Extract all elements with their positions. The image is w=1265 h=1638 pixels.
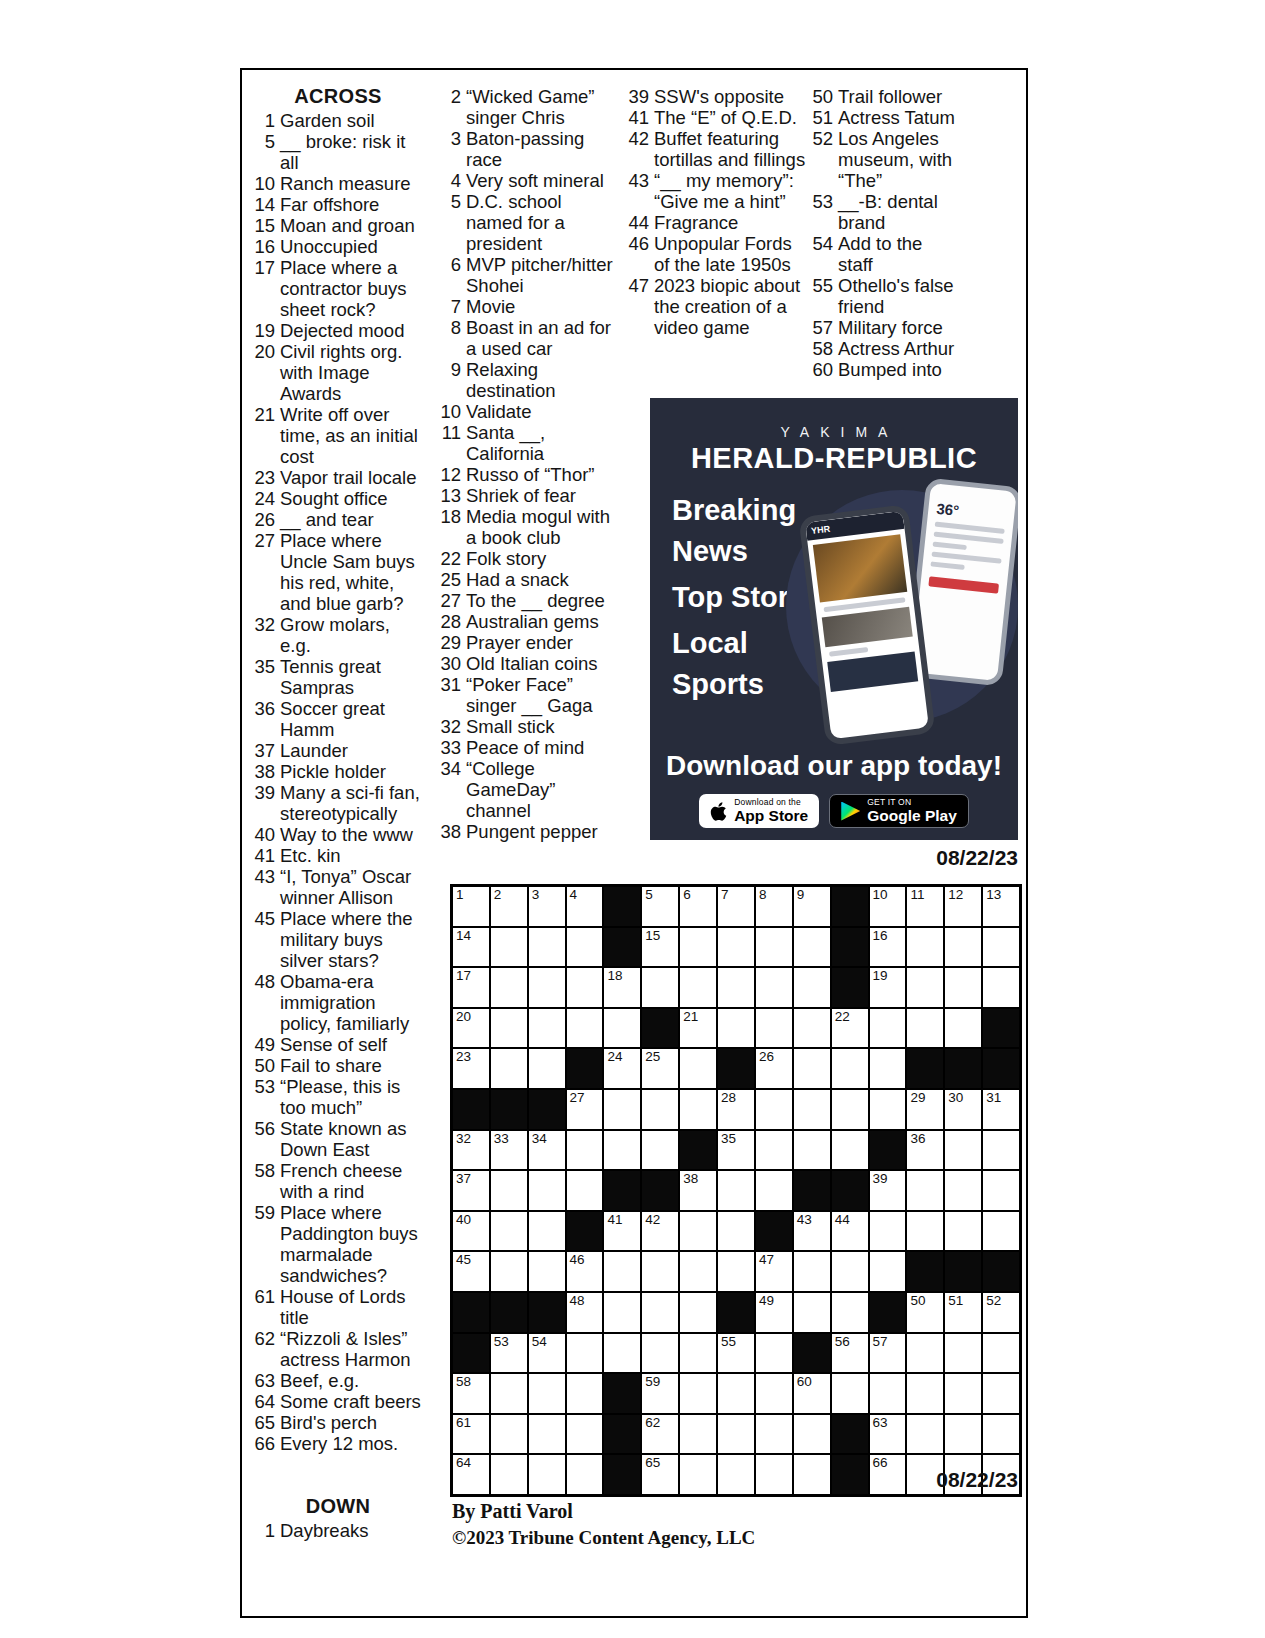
cell-r2c13[interactable] bbox=[907, 928, 943, 967]
cell-r4c12[interactable] bbox=[870, 1009, 906, 1048]
cell-r14c12[interactable]: 63 bbox=[870, 1415, 906, 1454]
cell-r14c4[interactable] bbox=[567, 1415, 603, 1454]
cell-number: 44 bbox=[835, 1213, 850, 1227]
cell-r6c1 bbox=[453, 1090, 489, 1129]
clue-number: 64 bbox=[252, 1391, 280, 1412]
clue-number: 38 bbox=[252, 761, 280, 782]
cell-r10c2[interactable] bbox=[491, 1252, 527, 1291]
clue-down-32: 32Small stick bbox=[438, 716, 622, 737]
cell-r13c2[interactable] bbox=[491, 1374, 527, 1413]
cell-number: 49 bbox=[759, 1294, 774, 1308]
cell-r11c6[interactable] bbox=[642, 1293, 678, 1332]
cell-number: 21 bbox=[683, 1010, 698, 1024]
clue-text: Dejected mood bbox=[280, 320, 424, 341]
cell-r3c1[interactable]: 17 bbox=[453, 968, 489, 1007]
cell-r1c15[interactable]: 13 bbox=[983, 887, 1019, 926]
cell-number: 12 bbox=[948, 888, 963, 902]
cell-r7c13[interactable]: 36 bbox=[907, 1131, 943, 1170]
cell-r14c1[interactable]: 61 bbox=[453, 1415, 489, 1454]
cell-r13c13[interactable] bbox=[907, 1374, 943, 1413]
cell-r3c5[interactable]: 18 bbox=[604, 968, 640, 1007]
cell-number: 36 bbox=[910, 1132, 925, 1146]
cell-number: 15 bbox=[645, 929, 660, 943]
cell-r8c4[interactable] bbox=[567, 1171, 603, 1210]
clue-across-58: 58French cheese with a rind bbox=[252, 1160, 424, 1202]
cell-r1c4[interactable]: 4 bbox=[567, 887, 603, 926]
cell-number: 42 bbox=[645, 1213, 660, 1227]
cell-r7c10[interactable] bbox=[794, 1131, 830, 1170]
app-store-badge[interactable]: Download on the App Store bbox=[699, 794, 819, 828]
cell-r7c5[interactable] bbox=[604, 1131, 640, 1170]
clue-down-10: 10Validate bbox=[438, 401, 622, 422]
cell-r5c2[interactable] bbox=[491, 1049, 527, 1088]
cell-r13c12[interactable] bbox=[870, 1374, 906, 1413]
cell-r11c5[interactable] bbox=[604, 1293, 640, 1332]
crossword-grid: 1234567891011121314151617181920212223242… bbox=[450, 884, 1022, 1497]
clue-down-58: 58Actress Arthur bbox=[810, 338, 962, 359]
cell-r12c9[interactable] bbox=[756, 1334, 792, 1373]
cell-r3c13[interactable] bbox=[907, 968, 943, 1007]
cell-r14c10[interactable] bbox=[794, 1415, 830, 1454]
cell-number: 54 bbox=[532, 1335, 547, 1349]
cell-r4c14[interactable] bbox=[945, 1009, 981, 1048]
cell-r11c15[interactable]: 52 bbox=[983, 1293, 1019, 1332]
clue-number: 11 bbox=[438, 422, 466, 464]
cell-r2c5 bbox=[604, 928, 640, 967]
cell-r1c12[interactable]: 10 bbox=[870, 887, 906, 926]
cell-r9c11[interactable]: 44 bbox=[832, 1212, 868, 1251]
cell-r5c8 bbox=[718, 1049, 754, 1088]
clue-text: Had a snack bbox=[466, 569, 622, 590]
cell-r4c4[interactable] bbox=[567, 1009, 603, 1048]
cell-number: 58 bbox=[456, 1375, 471, 1389]
cell-r11c7[interactable] bbox=[680, 1293, 716, 1332]
clue-text: “Poker Face” singer __ Gaga bbox=[466, 674, 622, 716]
cell-r4c11[interactable]: 22 bbox=[832, 1009, 868, 1048]
cell-r10c5[interactable] bbox=[604, 1252, 640, 1291]
cell-r3c9[interactable] bbox=[756, 968, 792, 1007]
cell-r14c3[interactable] bbox=[529, 1415, 565, 1454]
cell-r4c15 bbox=[983, 1009, 1019, 1048]
cell-r1c7[interactable]: 6 bbox=[680, 887, 716, 926]
cell-r2c7[interactable] bbox=[680, 928, 716, 967]
clue-across-39: 39Many a sci-fi fan, stereotypically bbox=[252, 782, 424, 824]
cell-r2c10[interactable] bbox=[794, 928, 830, 967]
cell-r12c5[interactable] bbox=[604, 1334, 640, 1373]
clue-number: 36 bbox=[252, 698, 280, 740]
cell-r5c4 bbox=[567, 1049, 603, 1088]
cell-r9c7[interactable] bbox=[680, 1212, 716, 1251]
cell-r12c8[interactable]: 55 bbox=[718, 1334, 754, 1373]
clue-text: MVP pitcher/hitter Shohei bbox=[466, 254, 622, 296]
app-ad: YAKIMA HERALD-REPUBLIC Breaking NewsTop … bbox=[650, 398, 1018, 840]
cell-r9c1[interactable]: 40 bbox=[453, 1212, 489, 1251]
cell-r5c9[interactable]: 26 bbox=[756, 1049, 792, 1088]
clue-number: 16 bbox=[252, 236, 280, 257]
cell-r9c3[interactable] bbox=[529, 1212, 565, 1251]
google-play-badge[interactable]: GET IT ON Google Play bbox=[829, 794, 969, 828]
cell-r10c6[interactable] bbox=[642, 1252, 678, 1291]
clue-down-13: 13Shriek of fear bbox=[438, 485, 622, 506]
cell-r7c8[interactable]: 35 bbox=[718, 1131, 754, 1170]
cell-r7c6[interactable] bbox=[642, 1131, 678, 1170]
cell-r9c9 bbox=[756, 1212, 792, 1251]
cell-r2c2[interactable] bbox=[491, 928, 527, 967]
cell-r6c15[interactable]: 31 bbox=[983, 1090, 1019, 1129]
cell-r10c8[interactable] bbox=[718, 1252, 754, 1291]
cell-r13c9[interactable] bbox=[756, 1374, 792, 1413]
cell-r8c2[interactable] bbox=[491, 1171, 527, 1210]
cell-r1c1[interactable]: 1 bbox=[453, 887, 489, 926]
cell-r8c8[interactable] bbox=[718, 1171, 754, 1210]
cell-r14c2[interactable] bbox=[491, 1415, 527, 1454]
cell-number: 27 bbox=[570, 1091, 585, 1105]
clue-down-44: 44Fragrance bbox=[626, 212, 806, 233]
clue-number: 66 bbox=[252, 1433, 280, 1454]
cell-r3c4[interactable] bbox=[567, 968, 603, 1007]
cell-r10c1[interactable]: 45 bbox=[453, 1252, 489, 1291]
clue-text: Los Angeles museum, with “The” bbox=[838, 128, 962, 191]
cell-r9c14[interactable] bbox=[945, 1212, 981, 1251]
cell-r8c14[interactable] bbox=[945, 1171, 981, 1210]
phone-text-bar bbox=[933, 542, 968, 551]
cell-r8c12[interactable]: 39 bbox=[870, 1171, 906, 1210]
cell-r4c3[interactable] bbox=[529, 1009, 565, 1048]
clue-text: “College GameDay” channel bbox=[466, 758, 622, 821]
cell-r11c11[interactable] bbox=[832, 1293, 868, 1332]
clue-across-5: 5__ broke: risk it all bbox=[252, 131, 424, 173]
cell-r13c10[interactable]: 60 bbox=[794, 1374, 830, 1413]
cell-r8c9[interactable] bbox=[756, 1171, 792, 1210]
cell-number: 18 bbox=[607, 969, 622, 983]
cell-r13c15[interactable] bbox=[983, 1374, 1019, 1413]
clue-across-49: 49Sense of self bbox=[252, 1034, 424, 1055]
cell-r11c12 bbox=[870, 1293, 906, 1332]
cell-r15c6[interactable]: 65 bbox=[642, 1455, 678, 1494]
clue-number: 39 bbox=[252, 782, 280, 824]
cell-r13c1[interactable]: 58 bbox=[453, 1374, 489, 1413]
clue-across-43: 43“I, Tonya” Oscar winner Allison bbox=[252, 866, 424, 908]
cell-r2c15[interactable] bbox=[983, 928, 1019, 967]
cell-r3c8[interactable] bbox=[718, 968, 754, 1007]
phone-text-bar bbox=[829, 647, 869, 657]
cell-r6c14[interactable]: 30 bbox=[945, 1090, 981, 1129]
clue-text: Many a sci-fi fan, stereotypically bbox=[280, 782, 424, 824]
cell-r10c9[interactable]: 47 bbox=[756, 1252, 792, 1291]
google-play-icon bbox=[841, 802, 860, 821]
cell-r6c8[interactable]: 28 bbox=[718, 1090, 754, 1129]
cell-r12c14[interactable] bbox=[945, 1334, 981, 1373]
cell-r3c10[interactable] bbox=[794, 968, 830, 1007]
clue-number: 61 bbox=[252, 1286, 280, 1328]
cell-r12c2[interactable]: 53 bbox=[491, 1334, 527, 1373]
cell-r5c1[interactable]: 23 bbox=[453, 1049, 489, 1088]
clue-number: 47 bbox=[626, 275, 654, 338]
cell-number: 3 bbox=[532, 888, 540, 902]
cell-r5c14 bbox=[945, 1049, 981, 1088]
cell-r4c1[interactable]: 20 bbox=[453, 1009, 489, 1048]
cell-r6c12[interactable] bbox=[870, 1090, 906, 1129]
clue-down-22: 22Folk story bbox=[438, 548, 622, 569]
cell-r2c12[interactable]: 16 bbox=[870, 928, 906, 967]
ad-brand: HERALD-REPUBLIC bbox=[650, 442, 1018, 475]
clue-number: 15 bbox=[252, 215, 280, 236]
cell-r3c2[interactable] bbox=[491, 968, 527, 1007]
clue-text: Movie bbox=[466, 296, 622, 317]
clue-down-54: 54Add to the staff bbox=[810, 233, 962, 275]
cell-r9c8[interactable] bbox=[718, 1212, 754, 1251]
cell-r1c10[interactable]: 9 bbox=[794, 887, 830, 926]
clue-number: 62 bbox=[252, 1328, 280, 1370]
clue-number: 35 bbox=[252, 656, 280, 698]
cell-r4c8[interactable] bbox=[718, 1009, 754, 1048]
cell-r10c11[interactable] bbox=[832, 1252, 868, 1291]
cell-r7c11[interactable] bbox=[832, 1131, 868, 1170]
cell-r7c1[interactable]: 32 bbox=[453, 1131, 489, 1170]
cell-r7c2[interactable]: 33 bbox=[491, 1131, 527, 1170]
cell-r12c4[interactable] bbox=[567, 1334, 603, 1373]
cell-r12c11[interactable]: 56 bbox=[832, 1334, 868, 1373]
cell-r15c1[interactable]: 64 bbox=[453, 1455, 489, 1494]
cell-r13c6[interactable]: 59 bbox=[642, 1374, 678, 1413]
cell-r2c4[interactable] bbox=[567, 928, 603, 967]
cell-r6c10[interactable] bbox=[794, 1090, 830, 1129]
cell-r12c15[interactable] bbox=[983, 1334, 1019, 1373]
clue-text: Peace of mind bbox=[466, 737, 622, 758]
clue-number: 52 bbox=[810, 128, 838, 191]
cell-r2c14[interactable] bbox=[945, 928, 981, 967]
cell-r15c3[interactable] bbox=[529, 1455, 565, 1494]
copyright: ©2023 Tribune Content Agency, LLC bbox=[452, 1527, 755, 1549]
clue-text: Unoccupied bbox=[280, 236, 424, 257]
clue-number: 22 bbox=[438, 548, 466, 569]
cell-r2c1[interactable]: 14 bbox=[453, 928, 489, 967]
cell-r11c10[interactable] bbox=[794, 1293, 830, 1332]
clue-number: 34 bbox=[438, 758, 466, 821]
clue-text: Fragrance bbox=[654, 212, 806, 233]
clue-text: Unpopular Fords of the late 1950s bbox=[654, 233, 806, 275]
cell-r1c6[interactable]: 5 bbox=[642, 887, 678, 926]
cell-r7c4[interactable] bbox=[567, 1131, 603, 1170]
cell-r8c7[interactable]: 38 bbox=[680, 1171, 716, 1210]
cell-r10c10[interactable] bbox=[794, 1252, 830, 1291]
cell-r12c3[interactable]: 54 bbox=[529, 1334, 565, 1373]
cell-r4c5[interactable] bbox=[604, 1009, 640, 1048]
cell-r6c4[interactable]: 27 bbox=[567, 1090, 603, 1129]
cell-r10c4[interactable]: 46 bbox=[567, 1252, 603, 1291]
cell-number: 43 bbox=[797, 1213, 812, 1227]
cell-r14c7[interactable] bbox=[680, 1415, 716, 1454]
clue-across-17: 17Place where a contractor buys sheet ro… bbox=[252, 257, 424, 320]
cell-r6c2 bbox=[491, 1090, 527, 1129]
cell-r7c14[interactable] bbox=[945, 1131, 981, 1170]
cell-r5c7[interactable] bbox=[680, 1049, 716, 1088]
clue-number: 53 bbox=[810, 191, 838, 233]
cell-r10c12[interactable] bbox=[870, 1252, 906, 1291]
cell-r11c4[interactable]: 48 bbox=[567, 1293, 603, 1332]
cell-r6c3 bbox=[529, 1090, 565, 1129]
cell-r6c13[interactable]: 29 bbox=[907, 1090, 943, 1129]
cell-r2c6[interactable]: 15 bbox=[642, 928, 678, 967]
clue-number: 27 bbox=[252, 530, 280, 614]
cell-r9c5[interactable]: 41 bbox=[604, 1212, 640, 1251]
cell-r4c13[interactable] bbox=[907, 1009, 943, 1048]
clue-text: SSW's opposite bbox=[654, 86, 806, 107]
cell-r13c7[interactable] bbox=[680, 1374, 716, 1413]
clue-number: 41 bbox=[626, 107, 654, 128]
cell-r12c13[interactable] bbox=[907, 1334, 943, 1373]
clue-across-15: 15Moan and groan bbox=[252, 215, 424, 236]
cell-number: 55 bbox=[721, 1335, 736, 1349]
cell-r11c14[interactable]: 51 bbox=[945, 1293, 981, 1332]
cell-r9c10[interactable]: 43 bbox=[794, 1212, 830, 1251]
cell-r13c4[interactable] bbox=[567, 1374, 603, 1413]
cell-r9c12[interactable] bbox=[870, 1212, 906, 1251]
cell-r8c13[interactable] bbox=[907, 1171, 943, 1210]
cell-r3c14[interactable] bbox=[945, 968, 981, 1007]
clue-down-55: 55Othello's false friend bbox=[810, 275, 962, 317]
clue-number: 2 bbox=[438, 86, 466, 128]
cell-number: 34 bbox=[532, 1132, 547, 1146]
cell-r10c15 bbox=[983, 1252, 1019, 1291]
cell-r3c7[interactable] bbox=[680, 968, 716, 1007]
cell-r5c11[interactable] bbox=[832, 1049, 868, 1088]
cell-r6c5[interactable] bbox=[604, 1090, 640, 1129]
cell-r15c2[interactable] bbox=[491, 1455, 527, 1494]
cell-r6c7[interactable] bbox=[680, 1090, 716, 1129]
clue-number: 58 bbox=[252, 1160, 280, 1202]
clue-across-61: 61House of Lords title bbox=[252, 1286, 424, 1328]
clue-across-56: 56State known as Down East bbox=[252, 1118, 424, 1160]
cell-r10c13 bbox=[907, 1252, 943, 1291]
cell-r13c11[interactable] bbox=[832, 1374, 868, 1413]
clue-text: The “E” of Q.E.D. bbox=[654, 107, 806, 128]
clue-down-9: 9Relaxing destination bbox=[438, 359, 622, 401]
cell-r10c7[interactable] bbox=[680, 1252, 716, 1291]
clue-text: Write off over time, as an initial cost bbox=[280, 404, 424, 467]
cell-r8c3[interactable] bbox=[529, 1171, 565, 1210]
clue-number: 59 bbox=[252, 1202, 280, 1286]
clue-down-3: 3Baton-passing race bbox=[438, 128, 622, 170]
cell-r3c12[interactable]: 19 bbox=[870, 968, 906, 1007]
cell-r6c6[interactable] bbox=[642, 1090, 678, 1129]
clue-text: Prayer ender bbox=[466, 632, 622, 653]
cell-r11c2 bbox=[491, 1293, 527, 1332]
cell-r13c14[interactable] bbox=[945, 1374, 981, 1413]
clue-down-25: 25Had a snack bbox=[438, 569, 622, 590]
clue-across-62: 62“Rizzoli & Isles” actress Harmon bbox=[252, 1328, 424, 1370]
cell-r8c1[interactable]: 37 bbox=[453, 1171, 489, 1210]
clue-across-16: 16Unoccupied bbox=[252, 236, 424, 257]
cell-r14c15[interactable] bbox=[983, 1415, 1019, 1454]
cell-r7c9[interactable] bbox=[756, 1131, 792, 1170]
cell-r3c3[interactable] bbox=[529, 968, 565, 1007]
clue-text: “Please, this is too much” bbox=[280, 1076, 424, 1118]
clue-text: Every 12 mos. bbox=[280, 1433, 424, 1454]
cell-r14c14[interactable] bbox=[945, 1415, 981, 1454]
clue-number: 5 bbox=[252, 131, 280, 173]
cell-r2c3[interactable] bbox=[529, 928, 565, 967]
cell-r14c8[interactable] bbox=[718, 1415, 754, 1454]
cell-r4c2[interactable] bbox=[491, 1009, 527, 1048]
clue-text: Bird's perch bbox=[280, 1412, 424, 1433]
cell-r1c2[interactable]: 2 bbox=[491, 887, 527, 926]
cell-r4c7[interactable]: 21 bbox=[680, 1009, 716, 1048]
cell-r4c9[interactable] bbox=[756, 1009, 792, 1048]
cell-r5c5[interactable]: 24 bbox=[604, 1049, 640, 1088]
clue-across-59: 59Place where Paddington buys marmalade … bbox=[252, 1202, 424, 1286]
cell-r12c6[interactable] bbox=[642, 1334, 678, 1373]
clue-text: Old Italian coins bbox=[466, 653, 622, 674]
cell-r3c15[interactable] bbox=[983, 968, 1019, 1007]
cell-r13c3[interactable] bbox=[529, 1374, 565, 1413]
cell-r11c9[interactable]: 49 bbox=[756, 1293, 792, 1332]
clue-across-27: 27Place where Uncle Sam buys his red, wh… bbox=[252, 530, 424, 614]
cell-number: 8 bbox=[759, 888, 767, 902]
cell-r14c13[interactable] bbox=[907, 1415, 943, 1454]
cell-r13c8[interactable] bbox=[718, 1374, 754, 1413]
cell-number: 31 bbox=[986, 1091, 1001, 1105]
down-clue-list-4: 50Trail follower51Actress Tatum52Los Ang… bbox=[810, 86, 962, 380]
clue-column-2: 2“Wicked Game” singer Chris3Baton-passin… bbox=[438, 86, 622, 842]
cell-r2c9[interactable] bbox=[756, 928, 792, 967]
cell-r15c4[interactable] bbox=[567, 1455, 603, 1494]
cell-r7c15[interactable] bbox=[983, 1131, 1019, 1170]
cell-r1c14[interactable]: 12 bbox=[945, 887, 981, 926]
cell-r9c2[interactable] bbox=[491, 1212, 527, 1251]
cell-number: 29 bbox=[910, 1091, 925, 1105]
clue-text: Very soft mineral bbox=[466, 170, 622, 191]
cell-r1c8[interactable]: 7 bbox=[718, 887, 754, 926]
cell-r4c10[interactable] bbox=[794, 1009, 830, 1048]
cell-r5c6[interactable]: 25 bbox=[642, 1049, 678, 1088]
cell-r1c9[interactable]: 8 bbox=[756, 887, 792, 926]
cell-r9c15[interactable] bbox=[983, 1212, 1019, 1251]
clue-across-23: 23Vapor trail locale bbox=[252, 467, 424, 488]
ad-phones-graphic: 36° YHR bbox=[790, 476, 1018, 768]
cell-r1c13[interactable]: 11 bbox=[907, 887, 943, 926]
cell-r14c9[interactable] bbox=[756, 1415, 792, 1454]
clue-across-38: 38Pickle holder bbox=[252, 761, 424, 782]
cell-r8c15[interactable] bbox=[983, 1171, 1019, 1210]
cell-r10c14 bbox=[945, 1252, 981, 1291]
cell-r1c3[interactable]: 3 bbox=[529, 887, 565, 926]
cell-r6c9[interactable] bbox=[756, 1090, 792, 1129]
cell-r12c7[interactable] bbox=[680, 1334, 716, 1373]
cell-r11c13[interactable]: 50 bbox=[907, 1293, 943, 1332]
cell-r2c8[interactable] bbox=[718, 928, 754, 967]
clue-number: 23 bbox=[252, 467, 280, 488]
cell-r14c6[interactable]: 62 bbox=[642, 1415, 678, 1454]
cell-number: 60 bbox=[797, 1375, 812, 1389]
cell-r5c3[interactable] bbox=[529, 1049, 565, 1088]
cell-r12c12[interactable]: 57 bbox=[870, 1334, 906, 1373]
cell-r5c10[interactable] bbox=[794, 1049, 830, 1088]
clue-text: Russo of “Thor” bbox=[466, 464, 622, 485]
cell-r9c13[interactable] bbox=[907, 1212, 943, 1251]
cell-r3c6[interactable] bbox=[642, 968, 678, 1007]
cell-r5c12[interactable] bbox=[870, 1049, 906, 1088]
clue-text: “Rizzoli & Isles” actress Harmon bbox=[280, 1328, 424, 1370]
clue-down-4: 4Very soft mineral bbox=[438, 170, 622, 191]
cell-r9c6[interactable]: 42 bbox=[642, 1212, 678, 1251]
cell-r10c3[interactable] bbox=[529, 1252, 565, 1291]
cell-r7c3[interactable]: 34 bbox=[529, 1131, 565, 1170]
clue-text: __ and tear bbox=[280, 509, 424, 530]
clue-text: Place where Paddington buys marmalade sa… bbox=[280, 1202, 424, 1286]
cell-r6c11[interactable] bbox=[832, 1090, 868, 1129]
cell-number: 41 bbox=[607, 1213, 622, 1227]
